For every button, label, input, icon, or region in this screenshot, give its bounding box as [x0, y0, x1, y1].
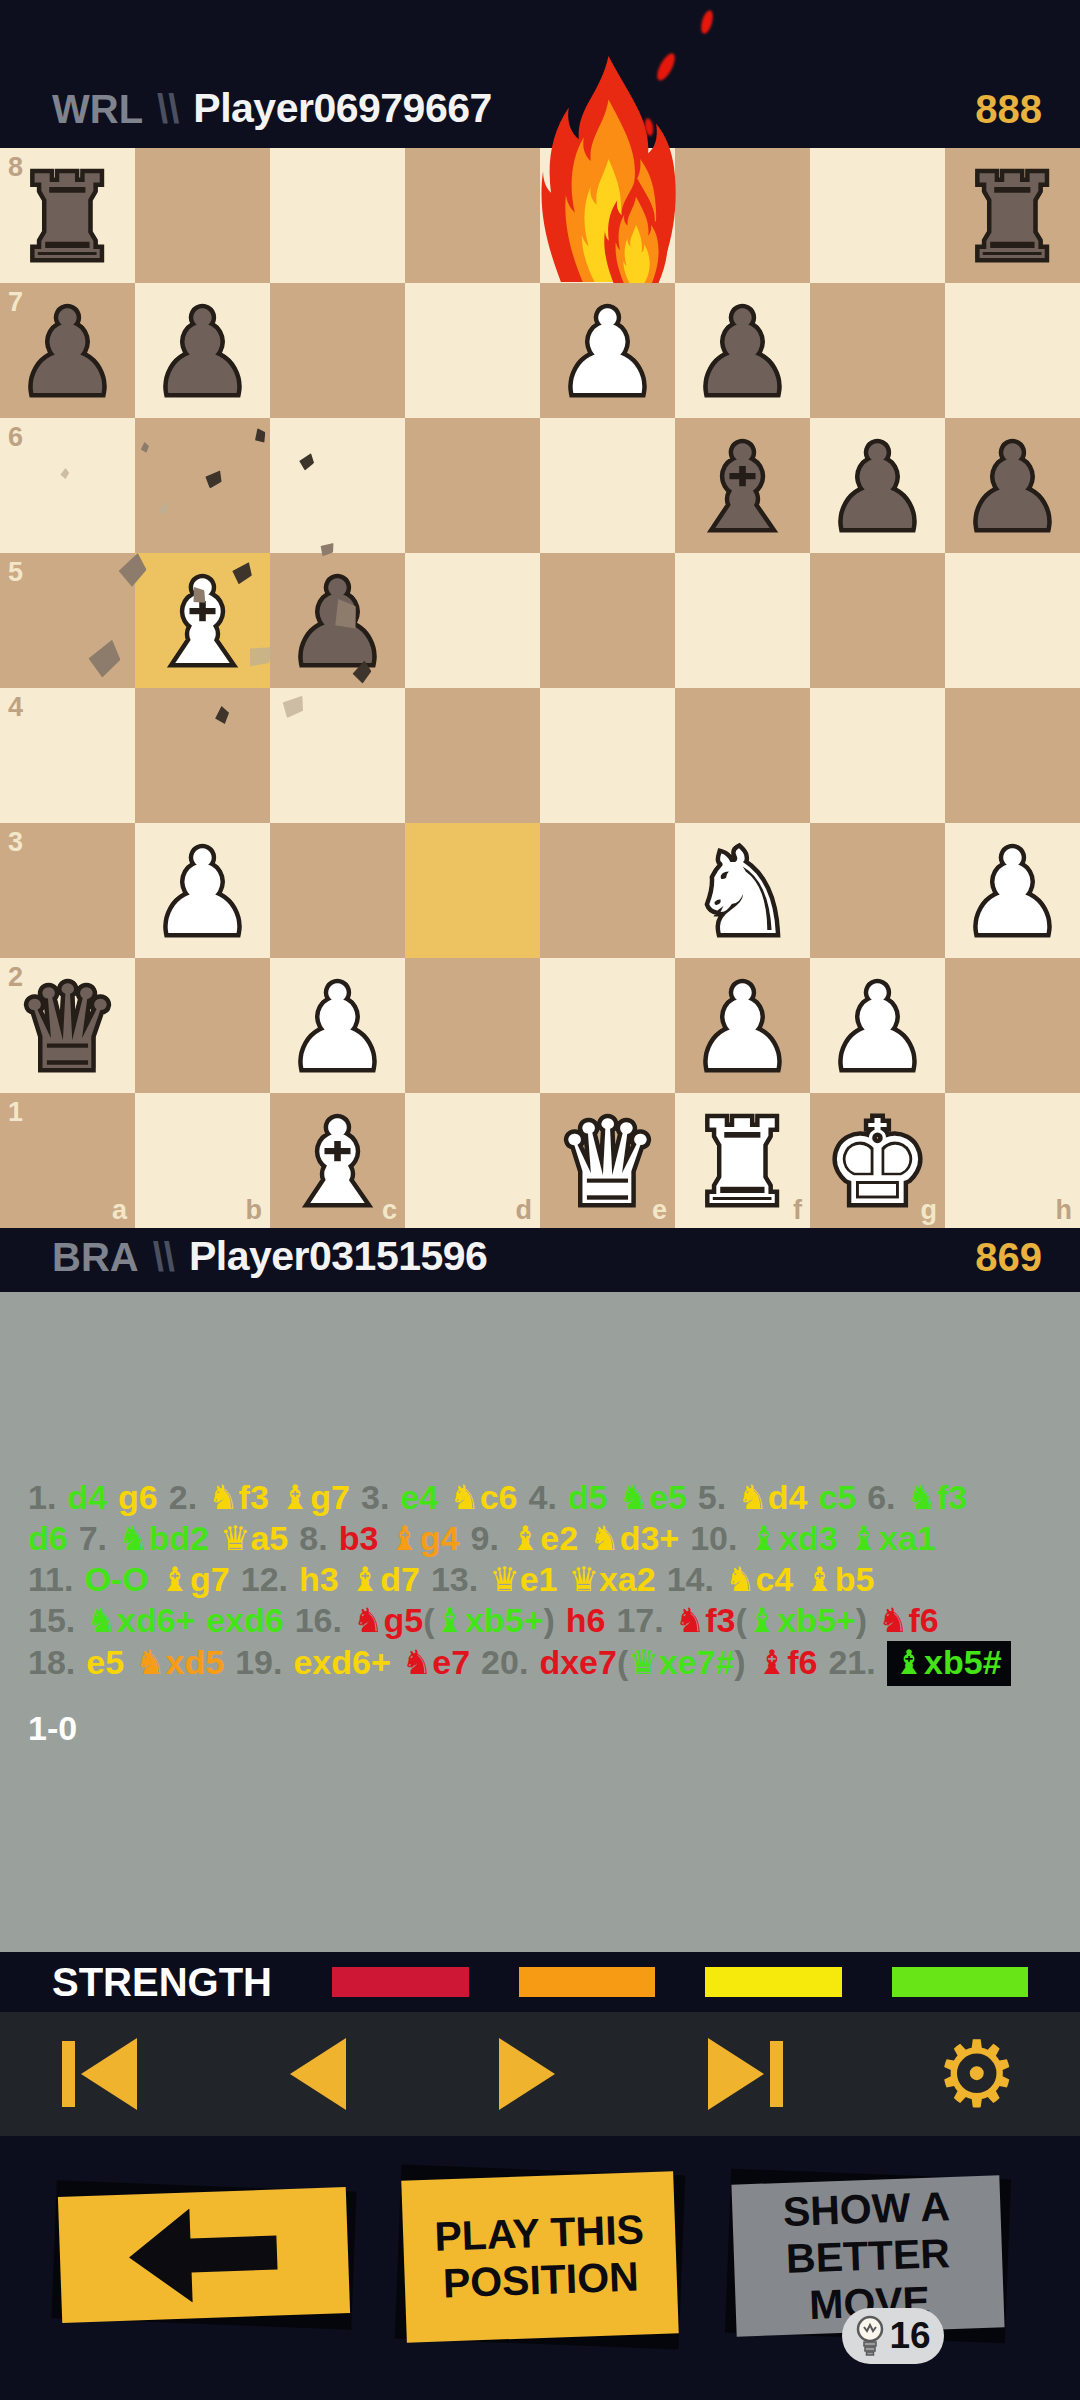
- square-f8[interactable]: [675, 148, 810, 283]
- square-g5[interactable]: [810, 553, 945, 688]
- next-move-button[interactable]: [499, 2038, 555, 2110]
- move-number: 1.: [28, 1477, 56, 1518]
- move-token[interactable]: ♞f6: [878, 1600, 939, 1641]
- back-button[interactable]: [60, 2192, 348, 2318]
- white-queen-e1: ♛♛: [540, 1093, 675, 1228]
- footer-actions: PLAY THIS POSITION SHOW A BETTER MOVE 16: [0, 2136, 1080, 2400]
- strength-legend: STRENGTH: [0, 1952, 1080, 2012]
- move-token[interactable]: ♝xb5+: [434, 1600, 543, 1641]
- play-this-position-button[interactable]: PLAY THIS POSITION: [404, 2176, 676, 2338]
- square-b7[interactable]: ♟♟: [135, 283, 270, 418]
- move-line: 1.d4g62.♞f3♝g73.e4♞c64.d5♞e55.♞d4c56.♞f3: [28, 1477, 1056, 1518]
- move-token[interactable]: ♝xb5+: [747, 1600, 856, 1641]
- move-number: 12.: [241, 1559, 288, 1600]
- current-move[interactable]: ♝xb5#: [887, 1641, 1011, 1686]
- square-h5[interactable]: [945, 553, 1080, 688]
- black-rook-a8: ♜♜: [0, 148, 135, 283]
- move-token[interactable]: ♞c6: [449, 1477, 517, 1518]
- rank-label-5: 5: [8, 557, 23, 588]
- move-number: 2.: [169, 1477, 197, 1518]
- move-token[interactable]: d6: [28, 1518, 68, 1559]
- skip-to-end-button[interactable]: [708, 2038, 783, 2110]
- move-line: 18.e5♞xd519.exd6+♞e720.dxe7(♛xe7#)♝f621.…: [28, 1641, 1056, 1682]
- move-number: (: [617, 1642, 628, 1683]
- square-e6[interactable]: [540, 418, 675, 553]
- move-token[interactable]: ♛xa2: [568, 1559, 655, 1600]
- rank-label-1: 1: [8, 1097, 23, 1128]
- square-h6[interactable]: ♟♟: [945, 418, 1080, 553]
- white-pawn-f2: ♟♟: [675, 958, 810, 1093]
- move-number: (: [423, 1600, 434, 1641]
- move-token[interactable]: d5: [568, 1477, 608, 1518]
- move-token[interactable]: ♞xd5: [135, 1642, 224, 1683]
- square-d4[interactable]: [405, 688, 540, 823]
- black-pawn-a7: ♟♟: [0, 283, 135, 418]
- move-token[interactable]: d4: [67, 1477, 107, 1518]
- square-c2[interactable]: ♟♟: [270, 958, 405, 1093]
- move-token[interactable]: ♞bd2: [118, 1518, 209, 1559]
- back-arrow-icon: [127, 2205, 280, 2304]
- move-number: 16.: [295, 1600, 342, 1641]
- move-number: 17.: [616, 1600, 663, 1641]
- previous-move-icon: [290, 2038, 346, 2110]
- move-token[interactable]: ♞d3+: [589, 1518, 679, 1559]
- rank-label-6: 6: [8, 422, 23, 453]
- square-a8[interactable]: 8♜♜: [0, 148, 135, 283]
- strength-swatch-1: [519, 1967, 656, 1997]
- move-token[interactable]: ♝e2: [510, 1518, 578, 1559]
- move-token[interactable]: ♛xe7#: [628, 1642, 734, 1683]
- square-g2[interactable]: ♟♟: [810, 958, 945, 1093]
- square-b6[interactable]: [135, 418, 270, 553]
- black-pawn-h6: ♟♟: [945, 418, 1080, 553]
- square-h8[interactable]: ♜♜: [945, 148, 1080, 283]
- move-token[interactable]: b3: [339, 1518, 379, 1559]
- move-number: 18.: [28, 1642, 75, 1683]
- white-pawn-h3: ♟♟: [945, 823, 1080, 958]
- bottom-player-rating: 869: [975, 1235, 1042, 1280]
- top-player-name: Player06979667: [193, 85, 492, 132]
- square-a4[interactable]: 4: [0, 688, 135, 823]
- square-e3[interactable]: [540, 823, 675, 958]
- board-grid: 8♜♜♚♚♜♜7♟♟♟♟♟♟♟♟6♝♝♟♟♟♟5♝♝♟♟43♟♟♞♞♟♟2♛♛♟…: [0, 148, 1080, 1228]
- move-token[interactable]: ♞f3: [675, 1600, 736, 1641]
- square-e1[interactable]: e♛♛: [540, 1093, 675, 1228]
- black-pawn-b7: ♟♟: [135, 283, 270, 418]
- move-token[interactable]: ♛e1: [489, 1559, 557, 1600]
- move-line: d67.♞bd2♛a58.b3♝g49.♝e2♞d3+10.♝xd3♝xa1: [28, 1518, 1056, 1559]
- white-pawn-b3: ♟♟: [135, 823, 270, 958]
- strength-swatch-2: [705, 1967, 842, 1997]
- square-f5[interactable]: [675, 553, 810, 688]
- square-g3[interactable]: [810, 823, 945, 958]
- strength-label: STRENGTH: [52, 1960, 272, 2005]
- move-token[interactable]: ♞f3: [907, 1477, 968, 1518]
- move-token[interactable]: O-O: [84, 1559, 148, 1600]
- black-pawn-f7: ♟♟: [675, 283, 810, 418]
- move-token[interactable]: ♞g5: [353, 1600, 423, 1641]
- square-c8[interactable]: [270, 148, 405, 283]
- square-e2[interactable]: [540, 958, 675, 1093]
- skip-to-start-icon: [62, 2041, 75, 2107]
- file-label-h: h: [1056, 1195, 1073, 1226]
- move-number: 10.: [690, 1518, 737, 1559]
- move-token[interactable]: ♝d7: [350, 1559, 420, 1600]
- square-f4[interactable]: [675, 688, 810, 823]
- black-queen-a2: ♛♛: [0, 958, 135, 1093]
- move-number: 15.: [28, 1600, 75, 1641]
- rank-label-4: 4: [8, 692, 23, 723]
- move-number: 5.: [698, 1477, 726, 1518]
- chess-app-screen: WRL \\ Player06979667 888 8♜♜♚♚♜♜7♟♟♟♟♟♟…: [0, 0, 1080, 2400]
- square-e4[interactable]: [540, 688, 675, 823]
- white-rook-f1: ♜♜: [675, 1093, 810, 1228]
- square-a7[interactable]: 7♟♟: [0, 283, 135, 418]
- move-token[interactable]: g6: [118, 1477, 158, 1518]
- black-bishop-f6: ♝♝: [675, 418, 810, 553]
- move-token[interactable]: ♞e7: [402, 1642, 470, 1683]
- square-g1[interactable]: g♚♚: [810, 1093, 945, 1228]
- square-a6[interactable]: 6: [0, 418, 135, 553]
- square-e8[interactable]: ♚♚: [540, 148, 675, 283]
- lightbulb-icon: [855, 2315, 885, 2357]
- square-e5[interactable]: [540, 553, 675, 688]
- hint-count: 16: [889, 2315, 930, 2357]
- settings-button[interactable]: ⚙: [936, 2038, 1018, 2110]
- move-number: 3.: [361, 1477, 389, 1518]
- move-number: ): [734, 1642, 745, 1683]
- separator: \\: [153, 1235, 175, 1280]
- move-token[interactable]: h3: [299, 1559, 339, 1600]
- square-g8[interactable]: [810, 148, 945, 283]
- square-h4[interactable]: [945, 688, 1080, 823]
- move-token[interactable]: e5: [86, 1642, 124, 1683]
- move-token[interactable]: ♝g7: [280, 1477, 350, 1518]
- square-c3[interactable]: [270, 823, 405, 958]
- square-g4[interactable]: [810, 688, 945, 823]
- square-g6[interactable]: ♟♟: [810, 418, 945, 553]
- file-label-a: a: [112, 1195, 127, 1226]
- white-pawn-e7: ♟♟: [540, 283, 675, 418]
- previous-move-button[interactable]: [290, 2038, 346, 2110]
- square-f7[interactable]: ♟♟: [675, 283, 810, 418]
- white-pawn-g2: ♟♟: [810, 958, 945, 1093]
- square-h2[interactable]: [945, 958, 1080, 1093]
- black-king-e8: ♚♚: [540, 148, 675, 283]
- move-token[interactable]: h6: [566, 1600, 606, 1641]
- move-token[interactable]: ♞d4: [737, 1477, 807, 1518]
- square-a3[interactable]: 3: [0, 823, 135, 958]
- square-f2[interactable]: ♟♟: [675, 958, 810, 1093]
- square-d2[interactable]: [405, 958, 540, 1093]
- strength-swatch-0: [332, 1967, 469, 1997]
- square-b3[interactable]: ♟♟: [135, 823, 270, 958]
- move-number: 4.: [528, 1477, 556, 1518]
- result-text: 1-0: [28, 1708, 77, 1749]
- square-d7[interactable]: [405, 283, 540, 418]
- top-player-rating: 888: [975, 87, 1042, 132]
- move-token[interactable]: exd6: [206, 1600, 284, 1641]
- move-number: 9.: [471, 1518, 499, 1559]
- black-rook-h8: ♜♜: [945, 148, 1080, 283]
- move-token[interactable]: c5: [818, 1477, 856, 1518]
- separator: \\: [157, 87, 179, 132]
- square-c6[interactable]: [270, 418, 405, 553]
- move-number: 21.: [828, 1642, 875, 1683]
- move-token[interactable]: ♞c4: [725, 1559, 793, 1600]
- game-result: 1-0: [28, 1708, 1056, 1749]
- square-c1[interactable]: c♝♝: [270, 1093, 405, 1228]
- move-number: 14.: [667, 1559, 714, 1600]
- move-number: 7.: [79, 1518, 107, 1559]
- move-token[interactable]: ♝xa1: [849, 1518, 936, 1559]
- square-h1[interactable]: h: [945, 1093, 1080, 1228]
- move-token[interactable]: ♝g4: [389, 1518, 459, 1559]
- move-number: 11.: [28, 1559, 73, 1600]
- white-knight-f3: ♞♞: [675, 823, 810, 958]
- bottom-player-flag: BRA: [52, 1235, 139, 1280]
- hint-counter-badge: 16: [842, 2308, 944, 2364]
- top-player-bar: WRL \\ Player06979667 888: [0, 0, 1080, 148]
- square-d5[interactable]: [405, 553, 540, 688]
- square-b2[interactable]: [135, 958, 270, 1093]
- move-number: 13.: [431, 1559, 478, 1600]
- play-this-position-label: PLAY THIS POSITION: [434, 2206, 647, 2307]
- file-label-b: b: [246, 1195, 263, 1226]
- white-pawn-c2: ♟♟: [270, 958, 405, 1093]
- move-token[interactable]: ♛a5: [220, 1518, 288, 1559]
- white-bishop-c1: ♝♝: [270, 1093, 405, 1228]
- square-f6[interactable]: ♝♝: [675, 418, 810, 553]
- move-token[interactable]: dxe7: [539, 1642, 617, 1683]
- square-g7[interactable]: [810, 283, 945, 418]
- move-token[interactable]: ♞f3: [208, 1477, 269, 1518]
- square-b4[interactable]: [135, 688, 270, 823]
- move-token[interactable]: ♞e5: [619, 1477, 687, 1518]
- square-a5[interactable]: 5: [0, 553, 135, 688]
- move-list: 1.d4g62.♞f3♝g73.e4♞c64.d5♞e55.♞d4c56.♞f3…: [0, 1292, 1080, 1952]
- bottom-player-bar: BRA \\ Player03151596 869: [0, 1228, 1080, 1292]
- next-move-icon: [499, 2038, 555, 2110]
- top-player-flag: WRL: [52, 87, 143, 132]
- square-e7[interactable]: ♟♟: [540, 283, 675, 418]
- square-a2[interactable]: 2♛♛: [0, 958, 135, 1093]
- white-king-g1: ♚♚: [810, 1093, 945, 1228]
- file-label-d: d: [516, 1195, 533, 1226]
- move-token[interactable]: ♞xd6+: [86, 1600, 195, 1641]
- square-f3[interactable]: ♞♞: [675, 823, 810, 958]
- move-line: 15.♞xd6+exd616.♞g5(♝xb5+)h617.♞f3(♝xb5+)…: [28, 1600, 1056, 1641]
- move-token[interactable]: e4: [400, 1477, 438, 1518]
- move-token[interactable]: ♝xd3: [748, 1518, 837, 1559]
- bottom-player-name: Player03151596: [189, 1233, 488, 1280]
- square-f1[interactable]: f♜♜: [675, 1093, 810, 1228]
- move-number: 20.: [481, 1642, 528, 1683]
- square-d6[interactable]: [405, 418, 540, 553]
- move-token[interactable]: ♝b5: [804, 1559, 874, 1600]
- square-a1[interactable]: 1a: [0, 1093, 135, 1228]
- square-h3[interactable]: ♟♟: [945, 823, 1080, 958]
- square-c7[interactable]: [270, 283, 405, 418]
- move-number: ): [543, 1600, 554, 1641]
- square-h7[interactable]: [945, 283, 1080, 418]
- move-token[interactable]: exd6+: [293, 1642, 390, 1683]
- move-number: ): [856, 1600, 867, 1641]
- move-number: (: [735, 1600, 746, 1641]
- square-d3[interactable]: [405, 823, 540, 958]
- move-line: 11.O-O♝g712.h3♝d713.♛e1♛xa214.♞c4♝b5: [28, 1559, 1056, 1600]
- move-token[interactable]: ♝g7: [160, 1559, 230, 1600]
- square-d1[interactable]: d: [405, 1093, 540, 1228]
- gear-icon: ⚙: [936, 2038, 1018, 2110]
- skip-to-start-button[interactable]: [62, 2038, 137, 2110]
- square-b1[interactable]: b: [135, 1093, 270, 1228]
- move-token[interactable]: ♝f6: [757, 1642, 818, 1683]
- move-number: 6.: [867, 1477, 895, 1518]
- move-number: 19.: [235, 1642, 282, 1683]
- square-b8[interactable]: [135, 148, 270, 283]
- playback-controls: ⚙: [0, 2012, 1080, 2136]
- strength-swatch-3: [892, 1967, 1029, 1997]
- skip-to-end-icon: [708, 2038, 764, 2110]
- chess-board: 8♜♜♚♚♜♜7♟♟♟♟♟♟♟♟6♝♝♟♟♟♟5♝♝♟♟43♟♟♞♞♟♟2♛♛♟…: [0, 148, 1080, 1228]
- square-d8[interactable]: [405, 148, 540, 283]
- rank-label-3: 3: [8, 827, 23, 858]
- move-number: 8.: [299, 1518, 327, 1559]
- black-pawn-g6: ♟♟: [810, 418, 945, 553]
